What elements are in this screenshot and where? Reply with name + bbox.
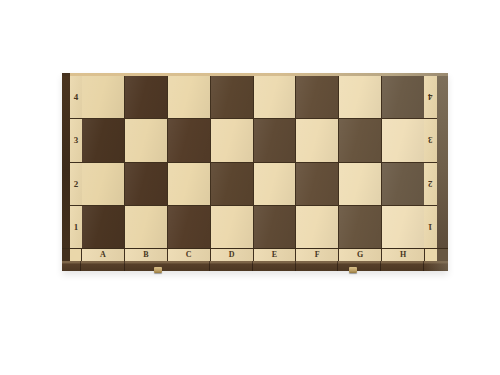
file-label-text: E (272, 251, 277, 259)
rank-label-text: 4 (428, 92, 433, 102)
rank-label-text: 1 (74, 222, 79, 232)
square-a2[interactable] (82, 163, 124, 205)
square-e3[interactable] (254, 119, 296, 161)
rank-label-right-2: 2 (424, 163, 437, 205)
corner-cell-bottom-right (424, 249, 437, 261)
square-c4[interactable] (168, 76, 210, 118)
square-a1[interactable] (82, 206, 124, 248)
square-h4[interactable] (382, 76, 424, 118)
square-e4[interactable] (254, 76, 296, 118)
rank-label-right-1: 1 (424, 206, 437, 248)
file-label-a: A (82, 249, 124, 261)
rank-label-text: 2 (428, 179, 433, 189)
file-label-text: B (143, 251, 148, 259)
rank-labels-right: 4321 (424, 76, 437, 248)
file-label-text: F (315, 251, 320, 259)
file-label-g: G (339, 249, 381, 261)
square-g2[interactable] (339, 163, 381, 205)
file-label-e: E (254, 249, 296, 261)
frame-segment-left (62, 249, 70, 261)
square-d3[interactable] (211, 119, 253, 161)
square-b4[interactable] (125, 76, 167, 118)
square-a3[interactable] (82, 119, 124, 161)
chess-board: 4321 4321 ABCDEFGH (62, 73, 448, 271)
square-f4[interactable] (296, 76, 338, 118)
rank-label-left-3: 3 (70, 119, 82, 161)
rank-label-right-3: 3 (424, 119, 437, 161)
file-label-row: ABCDEFGH (62, 248, 448, 261)
square-f3[interactable] (296, 119, 338, 161)
square-b2[interactable] (125, 163, 167, 205)
brass-hinge-right (349, 267, 357, 273)
file-label-h: H (382, 249, 424, 261)
rank-label-text: 1 (428, 222, 433, 232)
rank-label-text: 3 (74, 135, 79, 145)
square-g3[interactable] (339, 119, 381, 161)
board-main: 4321 4321 (62, 76, 448, 248)
file-label-c: C (168, 249, 210, 261)
brass-hinge-left (154, 267, 162, 273)
file-label-d: D (211, 249, 253, 261)
box-front-edge (62, 261, 448, 271)
rank-label-left-4: 4 (70, 76, 82, 118)
square-d1[interactable] (211, 206, 253, 248)
square-b3[interactable] (125, 119, 167, 161)
rank-labels-left: 4321 (70, 76, 82, 248)
file-label-b: B (125, 249, 167, 261)
square-f1[interactable] (296, 206, 338, 248)
file-label-text: H (400, 251, 406, 259)
square-h1[interactable] (382, 206, 424, 248)
square-h2[interactable] (382, 163, 424, 205)
rank-label-left-1: 1 (70, 206, 82, 248)
rank-label-left-2: 2 (70, 163, 82, 205)
rank-label-text: 2 (74, 179, 79, 189)
file-label-text: D (229, 251, 235, 259)
file-label-text: G (357, 251, 363, 259)
file-label-text: C (186, 251, 192, 259)
board-right-frame (437, 76, 448, 248)
square-f2[interactable] (296, 163, 338, 205)
file-labels: ABCDEFGH (82, 249, 424, 261)
board-squares-grid (82, 76, 424, 248)
square-d2[interactable] (211, 163, 253, 205)
square-g1[interactable] (339, 206, 381, 248)
file-label-text: A (100, 251, 106, 259)
square-h3[interactable] (382, 119, 424, 161)
corner-cell-bottom-left (70, 249, 82, 261)
square-b1[interactable] (125, 206, 167, 248)
board-left-frame (62, 76, 70, 248)
square-d4[interactable] (211, 76, 253, 118)
rank-label-right-4: 4 (424, 76, 437, 118)
square-a4[interactable] (82, 76, 124, 118)
rank-label-text: 4 (74, 92, 79, 102)
square-g4[interactable] (339, 76, 381, 118)
square-c3[interactable] (168, 119, 210, 161)
square-e1[interactable] (254, 206, 296, 248)
square-c2[interactable] (168, 163, 210, 205)
rank-label-text: 3 (428, 135, 433, 145)
frame-segment-right (437, 249, 448, 261)
square-e2[interactable] (254, 163, 296, 205)
file-label-f: F (296, 249, 338, 261)
square-c1[interactable] (168, 206, 210, 248)
